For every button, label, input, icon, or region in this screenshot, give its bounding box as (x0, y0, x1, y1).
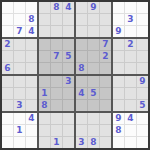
empty-cell-r2c8[interactable] (88, 14, 99, 25)
empty-cell-r1c7[interactable] (76, 2, 87, 13)
empty-cell-r4c5[interactable] (51, 39, 62, 50)
given-cell-r11c10: 8 (113, 125, 124, 136)
empty-cell-r6c3[interactable] (26, 63, 37, 74)
empty-cell-r8c3[interactable] (26, 88, 37, 99)
given-cell-r5c9: 2 (100, 51, 111, 62)
given-cell-r2c11: 3 (125, 14, 136, 25)
box-r2c1: 26 (2, 39, 37, 74)
empty-cell-r3c11[interactable] (125, 26, 136, 37)
empty-cell-r10c1[interactable] (2, 113, 13, 124)
given-cell-r4c11: 2 (125, 39, 136, 50)
empty-cell-r10c9[interactable] (100, 113, 111, 124)
empty-cell-r8c9[interactable] (100, 88, 111, 99)
given-cell-r9c4: 8 (39, 100, 50, 111)
empty-cell-r10c8[interactable] (88, 113, 99, 124)
empty-cell-r9c10[interactable] (113, 100, 124, 111)
empty-cell-r7c7[interactable] (76, 76, 87, 87)
empty-cell-r11c8[interactable] (88, 125, 99, 136)
empty-cell-r3c7[interactable] (76, 26, 87, 37)
given-cell-r6c1: 6 (2, 63, 13, 74)
given-cell-r10c11: 4 (125, 113, 136, 124)
empty-cell-r2c2[interactable] (14, 14, 25, 25)
given-cell-r3c3: 4 (26, 26, 37, 37)
box-r4c4: 948 (113, 113, 148, 148)
empty-cell-r4c7[interactable] (76, 39, 87, 50)
empty-cell-r12c9[interactable] (100, 137, 111, 148)
box-r1c3: 9 (76, 2, 111, 37)
empty-cell-r4c12[interactable] (137, 39, 148, 50)
given-cell-r1c8: 9 (88, 2, 99, 13)
given-cell-r7c12: 9 (137, 76, 148, 87)
empty-cell-r11c3[interactable] (26, 125, 37, 136)
empty-cell-r5c3[interactable] (26, 51, 37, 62)
given-cell-r10c10: 9 (113, 113, 124, 124)
given-cell-r3c10: 9 (113, 26, 124, 37)
empty-cell-r9c1[interactable] (2, 100, 13, 111)
given-cell-r8c4: 1 (39, 88, 50, 99)
empty-cell-r1c11[interactable] (125, 2, 136, 13)
given-cell-r12c5: 1 (51, 137, 62, 148)
box-r1c1: 874 (2, 2, 37, 37)
empty-cell-r8c12[interactable] (137, 88, 148, 99)
empty-cell-r12c10[interactable] (113, 137, 124, 148)
empty-cell-r1c12[interactable] (137, 2, 148, 13)
box-r1c2: 84 (39, 2, 74, 37)
empty-cell-r8c6[interactable] (63, 88, 74, 99)
empty-cell-r10c12[interactable] (137, 113, 148, 124)
empty-cell-r9c8[interactable] (88, 100, 99, 111)
empty-cell-r5c7[interactable] (76, 51, 87, 62)
empty-cell-r7c5[interactable] (51, 76, 62, 87)
empty-cell-r4c3[interactable] (26, 39, 37, 50)
empty-cell-r8c11[interactable] (125, 88, 136, 99)
empty-cell-r11c9[interactable] (100, 125, 111, 136)
given-cell-r12c8: 8 (88, 137, 99, 148)
empty-cell-r1c9[interactable] (100, 2, 111, 13)
empty-cell-r1c2[interactable] (14, 2, 25, 13)
box-r3c1: 3 (2, 76, 37, 111)
empty-cell-r7c8[interactable] (88, 76, 99, 87)
empty-cell-r5c4[interactable] (39, 51, 50, 62)
empty-cell-r3c5[interactable] (51, 26, 62, 37)
given-cell-r2c3: 8 (26, 14, 37, 25)
empty-cell-r7c9[interactable] (100, 76, 111, 87)
empty-cell-r6c10[interactable] (113, 63, 124, 74)
empty-cell-r1c4[interactable] (39, 2, 50, 13)
given-cell-r3c2: 7 (14, 26, 25, 37)
empty-cell-r10c5[interactable] (51, 113, 62, 124)
empty-cell-r11c11[interactable] (125, 125, 136, 136)
given-cell-r10c3: 4 (26, 113, 37, 124)
empty-cell-r11c1[interactable] (2, 125, 13, 136)
box-r3c3: 45 (76, 76, 111, 111)
empty-cell-r1c1[interactable] (2, 2, 13, 13)
given-cell-r6c7: 8 (76, 63, 87, 74)
empty-cell-r11c4[interactable] (39, 125, 50, 136)
empty-cell-r11c5[interactable] (51, 125, 62, 136)
empty-cell-r6c4[interactable] (39, 63, 50, 74)
empty-cell-r9c6[interactable] (63, 100, 74, 111)
given-cell-r8c8: 5 (88, 88, 99, 99)
empty-cell-r7c4[interactable] (39, 76, 50, 87)
empty-cell-r8c1[interactable] (2, 88, 13, 99)
empty-cell-r9c7[interactable] (76, 100, 87, 111)
box-r4c3: 38 (76, 113, 111, 148)
empty-cell-r7c11[interactable] (125, 76, 136, 87)
empty-cell-r7c10[interactable] (113, 76, 124, 87)
empty-cell-r4c8[interactable] (88, 39, 99, 50)
empty-cell-r5c10[interactable] (113, 51, 124, 62)
empty-cell-r2c12[interactable] (137, 14, 148, 25)
empty-cell-r3c1[interactable] (2, 26, 13, 37)
empty-cell-r8c2[interactable] (14, 88, 25, 99)
given-cell-r9c2: 3 (14, 100, 25, 111)
empty-cell-r6c12[interactable] (137, 63, 148, 74)
empty-cell-r1c10[interactable] (113, 2, 124, 13)
empty-cell-r5c12[interactable] (137, 51, 148, 62)
empty-cell-r9c9[interactable] (100, 100, 111, 111)
empty-cell-r6c9[interactable] (100, 63, 111, 74)
empty-cell-r12c1[interactable] (2, 137, 13, 148)
given-cell-r9c12: 5 (137, 100, 148, 111)
given-cell-r5c6: 5 (63, 51, 74, 62)
empty-cell-r7c3[interactable] (26, 76, 37, 87)
empty-cell-r4c6[interactable] (63, 39, 74, 50)
empty-cell-r1c3[interactable] (26, 2, 37, 13)
empty-cell-r12c6[interactable] (63, 137, 74, 148)
empty-cell-r2c10[interactable] (113, 14, 124, 25)
box-r1c4: 39 (113, 2, 148, 37)
empty-cell-r12c3[interactable] (26, 137, 37, 148)
given-cell-r7c6: 3 (63, 76, 74, 87)
given-cell-r4c9: 7 (100, 39, 111, 50)
empty-cell-r9c5[interactable] (51, 100, 62, 111)
empty-cell-r5c8[interactable] (88, 51, 99, 62)
empty-cell-r4c2[interactable] (14, 39, 25, 50)
empty-cell-r11c12[interactable] (137, 125, 148, 136)
empty-cell-r2c4[interactable] (39, 14, 50, 25)
empty-cell-r2c6[interactable] (63, 14, 74, 25)
given-cell-r8c7: 4 (76, 88, 87, 99)
empty-cell-r2c5[interactable] (51, 14, 62, 25)
empty-cell-r8c10[interactable] (113, 88, 124, 99)
empty-cell-r12c2[interactable] (14, 137, 25, 148)
empty-cell-r6c8[interactable] (88, 63, 99, 74)
empty-cell-r3c8[interactable] (88, 26, 99, 37)
empty-cell-r2c9[interactable] (100, 14, 111, 25)
given-cell-r1c6: 4 (63, 2, 74, 13)
empty-cell-r3c12[interactable] (137, 26, 148, 37)
empty-cell-r10c2[interactable] (14, 113, 25, 124)
given-cell-r5c5: 7 (51, 51, 62, 62)
empty-cell-r5c2[interactable] (14, 51, 25, 62)
box-r2c3: 728 (76, 39, 111, 74)
sudoku-board: 87484939267572823318459541138948 (0, 0, 150, 150)
empty-cell-r10c7[interactable] (76, 113, 87, 124)
empty-cell-r4c10[interactable] (113, 39, 124, 50)
empty-cell-r12c12[interactable] (137, 137, 148, 148)
empty-cell-r6c6[interactable] (63, 63, 74, 74)
box-r2c2: 75 (39, 39, 74, 74)
empty-cell-r9c3[interactable] (26, 100, 37, 111)
box-r3c4: 95 (113, 76, 148, 111)
box-r4c2: 1 (39, 113, 74, 148)
empty-cell-r6c11[interactable] (125, 63, 136, 74)
empty-cell-r11c6[interactable] (63, 125, 74, 136)
given-cell-r1c5: 8 (51, 2, 62, 13)
box-r2c4: 2 (113, 39, 148, 74)
box-r3c2: 318 (39, 76, 74, 111)
box-r4c1: 41 (2, 113, 37, 148)
empty-cell-r3c9[interactable] (100, 26, 111, 37)
given-cell-r12c7: 3 (76, 137, 87, 148)
empty-cell-r7c1[interactable] (2, 76, 13, 87)
empty-cell-r5c11[interactable] (125, 51, 136, 62)
empty-cell-r10c6[interactable] (63, 113, 74, 124)
empty-cell-r6c2[interactable] (14, 63, 25, 74)
empty-cell-r4c4[interactable] (39, 39, 50, 50)
empty-cell-r5c1[interactable] (2, 51, 13, 62)
empty-cell-r12c11[interactable] (125, 137, 136, 148)
empty-cell-r8c5[interactable] (51, 88, 62, 99)
empty-cell-r12c4[interactable] (39, 137, 50, 148)
empty-cell-r6c5[interactable] (51, 63, 62, 74)
empty-cell-r7c2[interactable] (14, 76, 25, 87)
empty-cell-r2c7[interactable] (76, 14, 87, 25)
empty-cell-r9c11[interactable] (125, 100, 136, 111)
given-cell-r4c1: 2 (2, 39, 13, 50)
empty-cell-r3c4[interactable] (39, 26, 50, 37)
empty-cell-r10c4[interactable] (39, 113, 50, 124)
empty-cell-r11c7[interactable] (76, 125, 87, 136)
empty-cell-r3c6[interactable] (63, 26, 74, 37)
given-cell-r11c2: 1 (14, 125, 25, 136)
empty-cell-r2c1[interactable] (2, 14, 13, 25)
